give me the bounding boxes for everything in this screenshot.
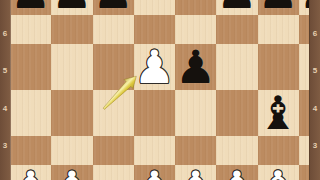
square-d2[interactable]: ♟ [134, 165, 175, 180]
square-c2[interactable] [93, 165, 134, 180]
rank-label-6: 6 [310, 30, 320, 38]
piece-white-pawn-b2[interactable]: ♟ [51, 165, 92, 180]
square-b7[interactable]: ♟ [51, 0, 92, 15]
rank-label-4: 4 [310, 105, 320, 113]
chess-board[interactable]: ♟♟♟♟♟♟♟♟♝♟♟♟♟♟♝♟ [10, 0, 310, 180]
square-d7[interactable] [134, 0, 175, 15]
rank-labels-left: 6543 [0, 0, 11, 180]
square-a5[interactable] [10, 44, 51, 90]
piece-black-pawn-e5[interactable]: ♟ [175, 44, 216, 90]
piece-black-pawn-a7[interactable]: ♟ [10, 0, 51, 15]
square-f4[interactable] [216, 90, 257, 136]
square-c3[interactable] [93, 136, 134, 165]
piece-black-pawn-g7[interactable]: ♟ [258, 0, 299, 15]
piece-black-pawn-b7[interactable]: ♟ [51, 0, 92, 15]
square-c4[interactable] [93, 90, 134, 136]
piece-black-pawn-f7[interactable]: ♟ [216, 0, 257, 15]
square-e5[interactable]: ♟ [175, 44, 216, 90]
square-d4[interactable] [134, 90, 175, 136]
rank-labels-right: 6543 [309, 0, 320, 180]
square-a7[interactable]: ♟ [10, 0, 51, 15]
square-g7[interactable]: ♟ [258, 0, 299, 15]
piece-black-bishop-g4[interactable]: ♝ [258, 90, 299, 136]
piece-black-pawn-c7[interactable]: ♟ [93, 0, 134, 15]
square-a2[interactable]: ♟ [10, 165, 51, 180]
piece-white-pawn-d2[interactable]: ♟ [134, 165, 175, 180]
square-e7[interactable] [175, 0, 216, 15]
rank-label-4: 4 [0, 105, 10, 113]
square-c6[interactable] [93, 15, 134, 44]
square-e2[interactable]: ♟ [175, 165, 216, 180]
square-b5[interactable] [51, 44, 92, 90]
piece-white-pawn-f2[interactable]: ♟ [216, 165, 257, 180]
square-d5[interactable]: ♟ [134, 44, 175, 90]
square-g6[interactable] [258, 15, 299, 44]
piece-white-pawn-a2[interactable]: ♟ [10, 165, 51, 180]
square-g5[interactable] [258, 44, 299, 90]
square-f6[interactable] [216, 15, 257, 44]
square-b2[interactable]: ♟ [51, 165, 92, 180]
square-b4[interactable] [51, 90, 92, 136]
chessboard-crop: ♟♟♟♟♟♟♟♟♝♟♟♟♟♟♝♟ 6543 6543 [0, 0, 320, 180]
square-c7[interactable]: ♟ [93, 0, 134, 15]
square-a4[interactable] [10, 90, 51, 136]
rank-label-3: 3 [310, 142, 320, 150]
piece-white-pawn-d5[interactable]: ♟ [134, 44, 175, 90]
square-f5[interactable] [216, 44, 257, 90]
piece-white-pawn-e2[interactable]: ♟ [175, 165, 216, 180]
rank-label-5: 5 [0, 67, 10, 75]
square-f2[interactable]: ♟ [216, 165, 257, 180]
rank-label-5: 5 [310, 67, 320, 75]
rank-label-3: 3 [0, 142, 10, 150]
square-c5[interactable] [93, 44, 134, 90]
square-b6[interactable] [51, 15, 92, 44]
rank-label-6: 6 [0, 30, 10, 38]
square-g2[interactable]: ♝ [258, 165, 299, 180]
square-g4[interactable]: ♝ [258, 90, 299, 136]
square-f7[interactable]: ♟ [216, 0, 257, 15]
piece-white-bishop-g2[interactable]: ♝ [258, 165, 299, 180]
square-e4[interactable] [175, 90, 216, 136]
square-a6[interactable] [10, 15, 51, 44]
